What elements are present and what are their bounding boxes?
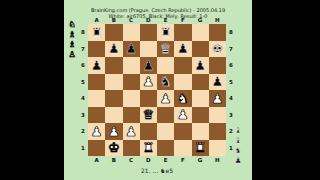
- white-pawn: ♟: [212, 92, 224, 105]
- file-label: A: [88, 157, 105, 164]
- rank-label: 3: [79, 107, 87, 124]
- file-label: B: [105, 157, 122, 164]
- square-d2: [140, 123, 157, 140]
- file-labels-bottom: ABCDEFGH: [88, 157, 226, 164]
- square-h2: [209, 123, 226, 140]
- black-pawn: ♟: [212, 75, 224, 88]
- rank-label: 6: [227, 57, 235, 74]
- square-d8: [140, 24, 157, 41]
- black-pawn: ♟: [125, 42, 137, 55]
- square-e2: [157, 123, 174, 140]
- square-b4: [105, 90, 122, 107]
- video-frame: BrainKing.com (Prague, Czech Republic) -…: [0, 0, 320, 180]
- captured-black-piece: ♝: [234, 136, 241, 146]
- square-h1: [209, 140, 226, 157]
- white-pawn: ♟: [160, 92, 172, 105]
- square-g3: [192, 107, 209, 124]
- square-g4: [192, 90, 209, 107]
- square-c6: [123, 57, 140, 74]
- rank-label: 3: [227, 107, 235, 124]
- black-rook: ♜: [91, 26, 103, 39]
- rank-label: 4: [79, 90, 87, 107]
- square-b2: ♟: [105, 123, 122, 140]
- white-pawn: ♟: [125, 125, 137, 138]
- square-b6: [105, 57, 122, 74]
- square-b3: [105, 107, 122, 124]
- captured-white-piece: ♗: [68, 40, 75, 50]
- square-d7: [140, 41, 157, 58]
- white-queen: ♛: [143, 108, 155, 121]
- rank-label: 6: [79, 57, 87, 74]
- square-g2: [192, 123, 209, 140]
- black-rook: ♜: [160, 26, 172, 39]
- white-pawn: ♟: [91, 125, 103, 138]
- square-h5: ♟: [209, 74, 226, 91]
- white-rook: ♜: [194, 141, 206, 154]
- square-g6: ♟: [192, 57, 209, 74]
- file-label: G: [192, 157, 209, 164]
- chess-board: ♜♜♟♟♛♟♚♟♟♟♟♞♟♟♞♟♛♟♟♟♟♚♜♜: [88, 24, 226, 156]
- rank-label: 8: [79, 24, 87, 41]
- square-f3: ♟: [174, 107, 191, 124]
- file-label: G: [192, 17, 209, 24]
- square-a4: [88, 90, 105, 107]
- captured-white-tray: ♘♗♗♙: [66, 20, 78, 60]
- file-label: B: [105, 17, 122, 24]
- square-d3: ♛: [140, 107, 157, 124]
- square-b5: [105, 74, 122, 91]
- square-h3: [209, 107, 226, 124]
- black-queen: ♛: [160, 42, 172, 55]
- file-label: C: [123, 17, 140, 24]
- file-label: D: [140, 157, 157, 164]
- square-g5: [192, 74, 209, 91]
- square-d6: ♟: [140, 57, 157, 74]
- square-c7: ♟: [123, 41, 140, 58]
- square-b1: ♚: [105, 140, 122, 157]
- square-h8: [209, 24, 226, 41]
- square-f5: [174, 74, 191, 91]
- square-f2: [174, 123, 191, 140]
- file-label: E: [157, 157, 174, 164]
- captured-black-piece: ♟: [234, 156, 241, 166]
- rank-label: 5: [227, 74, 235, 91]
- square-a8: ♜: [88, 24, 105, 41]
- square-d5: ♟: [140, 74, 157, 91]
- square-a3: [88, 107, 105, 124]
- square-e7: ♛: [157, 41, 174, 58]
- captured-white-piece: ♙: [68, 50, 75, 60]
- rank-label: 7: [79, 41, 87, 58]
- rank-label: 8: [227, 24, 235, 41]
- square-c8: [123, 24, 140, 41]
- black-king: ♚: [212, 42, 224, 55]
- square-g8: [192, 24, 209, 41]
- captured-black-piece: ♝: [234, 126, 241, 136]
- square-d4: [140, 90, 157, 107]
- captured-black-piece: ♞: [234, 146, 241, 156]
- square-c3: [123, 107, 140, 124]
- square-a6: ♟: [88, 57, 105, 74]
- square-f7: ♟: [174, 41, 191, 58]
- captured-black-tray: ♝♝♞♟: [232, 126, 244, 166]
- white-king: ♚: [108, 141, 120, 154]
- square-f8: [174, 24, 191, 41]
- square-a1: [88, 140, 105, 157]
- square-e8: ♜: [157, 24, 174, 41]
- square-g7: [192, 41, 209, 58]
- square-c5: [123, 74, 140, 91]
- square-e4: ♟: [157, 90, 174, 107]
- square-c2: ♟: [123, 123, 140, 140]
- black-pawn: ♟: [177, 42, 189, 55]
- file-label: A: [88, 17, 105, 24]
- rank-label: 5: [79, 74, 87, 91]
- file-label: F: [174, 17, 191, 24]
- square-c4: [123, 90, 140, 107]
- black-pawn: ♟: [143, 59, 155, 72]
- black-pawn: ♟: [91, 59, 103, 72]
- white-pawn: ♟: [108, 125, 120, 138]
- square-f6: [174, 57, 191, 74]
- square-c1: [123, 140, 140, 157]
- rank-label: 4: [227, 90, 235, 107]
- white-pawn: ♟: [177, 108, 189, 121]
- square-a2: ♟: [88, 123, 105, 140]
- square-f1: [174, 140, 191, 157]
- rank-label: 2: [79, 123, 87, 140]
- rank-label: 7: [227, 41, 235, 58]
- file-label: F: [174, 157, 191, 164]
- file-label: D: [140, 17, 157, 24]
- file-label: H: [209, 157, 226, 164]
- captured-white-piece: ♗: [68, 30, 75, 40]
- captured-white-piece: ♘: [68, 20, 75, 30]
- black-knight: ♞: [160, 75, 172, 88]
- square-h6: [209, 57, 226, 74]
- square-d1: ♜: [140, 140, 157, 157]
- square-a5: [88, 74, 105, 91]
- file-label: C: [123, 157, 140, 164]
- square-f4: ♞: [174, 90, 191, 107]
- square-b8: [105, 24, 122, 41]
- square-a7: [88, 41, 105, 58]
- square-h7: ♚: [209, 41, 226, 58]
- file-labels-top: ABCDEFGH: [88, 17, 226, 24]
- white-pawn: ♟: [143, 75, 155, 88]
- square-e3: [157, 107, 174, 124]
- square-e6: [157, 57, 174, 74]
- file-label: H: [209, 17, 226, 24]
- black-pawn: ♟: [194, 59, 206, 72]
- square-h4: ♟: [209, 90, 226, 107]
- rank-labels-left: 87654321: [79, 24, 87, 156]
- square-e5: ♞: [157, 74, 174, 91]
- white-knight: ♞: [177, 92, 189, 105]
- square-g1: ♜: [192, 140, 209, 157]
- white-rook: ♜: [143, 141, 155, 154]
- black-pawn: ♟: [108, 42, 120, 55]
- rank-label: 1: [79, 140, 87, 157]
- file-label: E: [157, 17, 174, 24]
- square-e1: [157, 140, 174, 157]
- move-caption: 21. ... ♞e5: [88, 167, 226, 174]
- square-b7: ♟: [105, 41, 122, 58]
